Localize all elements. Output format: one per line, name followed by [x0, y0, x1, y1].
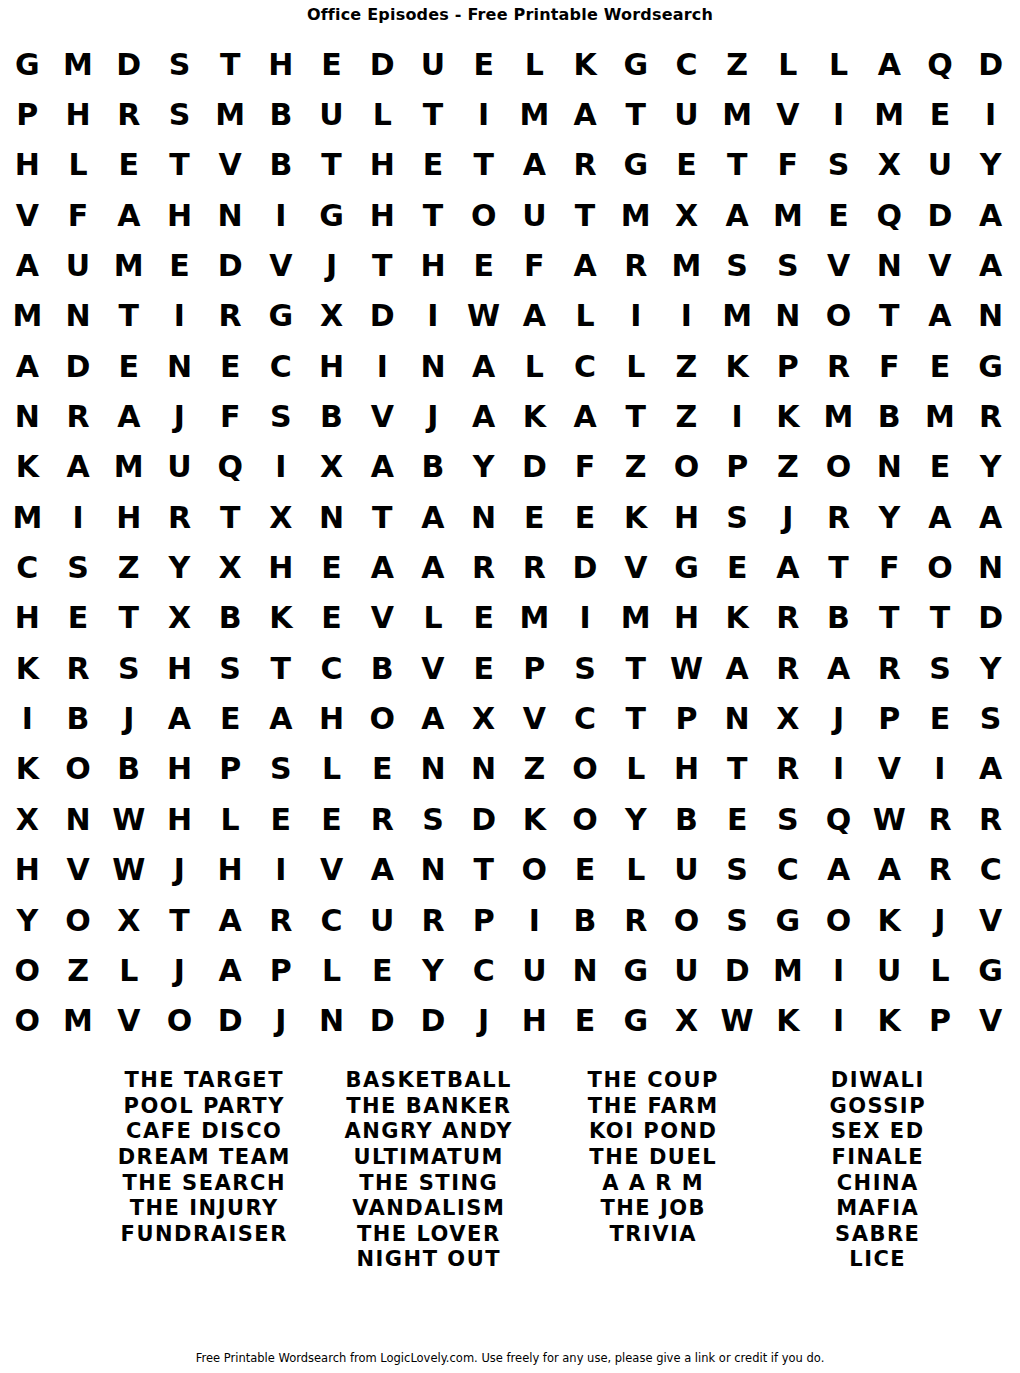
grid-cell: H — [53, 89, 104, 139]
grid-cell: T — [408, 190, 459, 240]
grid-cell: Y — [408, 945, 459, 995]
grid-cell: R — [763, 643, 814, 693]
grid-cell: L — [205, 794, 256, 844]
grid-cell: E — [458, 240, 509, 290]
grid-cell: K — [560, 39, 611, 89]
grid-cell: S — [154, 89, 205, 139]
grid-cell: T — [256, 643, 307, 693]
grid-cell: H — [256, 542, 307, 592]
grid-cell: O — [813, 291, 864, 341]
grid-cell: C — [306, 643, 357, 693]
grid-cell: T — [610, 89, 661, 139]
grid-cell: I — [154, 291, 205, 341]
grid-cell: B — [205, 593, 256, 643]
grid-cell: S — [712, 240, 763, 290]
word-item: FUNDRAISER — [92, 1222, 317, 1248]
grid-cell: H — [306, 341, 357, 391]
grid-cell: N — [763, 291, 814, 341]
grid-cell: Z — [103, 542, 154, 592]
grid-cell: S — [712, 845, 763, 895]
grid-cell: G — [610, 996, 661, 1046]
grid-cell: M — [763, 945, 814, 995]
grid-cell: I — [813, 744, 864, 794]
grid-cell: S — [712, 895, 763, 945]
grid-cell: O — [2, 945, 53, 995]
grid-cell: Y — [2, 895, 53, 945]
grid-cell: R — [864, 643, 915, 693]
grid-cell: A — [965, 492, 1016, 542]
grid-cell: Z — [610, 442, 661, 492]
grid-cell: L — [610, 341, 661, 391]
grid-cell: M — [712, 89, 763, 139]
grid-cell: G — [661, 542, 712, 592]
grid-cell: N — [458, 492, 509, 542]
grid-cell: A — [813, 845, 864, 895]
grid-cell: T — [154, 140, 205, 190]
grid-cell: K — [509, 794, 560, 844]
grid-cell: U — [509, 190, 560, 240]
grid-cell: V — [915, 240, 966, 290]
grid-cell: X — [306, 442, 357, 492]
grid-cell: C — [256, 341, 307, 391]
grid-cell: A — [408, 693, 459, 743]
grid-cell: D — [458, 794, 509, 844]
word-item: THE SEARCH — [92, 1171, 317, 1197]
word-item: THE LOVER — [317, 1222, 542, 1248]
grid-cell: R — [103, 89, 154, 139]
grid-cell: O — [357, 693, 408, 743]
grid-cell: R — [154, 492, 205, 542]
grid-cell: L — [610, 744, 661, 794]
grid-cell: I — [560, 593, 611, 643]
grid-cell: T — [610, 643, 661, 693]
grid-cell: G — [763, 895, 814, 945]
grid-cell: A — [205, 895, 256, 945]
grid-cell: T — [154, 895, 205, 945]
grid-cell: E — [306, 542, 357, 592]
word-list-column: THE COUPTHE FARMKOI PONDTHE DUELA A R MT… — [541, 1068, 766, 1273]
grid-cell: U — [661, 89, 712, 139]
grid-cell: I — [813, 996, 864, 1046]
grid-cell: X — [763, 693, 814, 743]
grid-cell: E — [915, 341, 966, 391]
grid-cell: P — [712, 442, 763, 492]
grid-cell: F — [560, 442, 611, 492]
grid-cell: E — [306, 794, 357, 844]
grid-cell: I — [256, 845, 307, 895]
grid-cell: S — [205, 643, 256, 693]
grid-cell: O — [509, 845, 560, 895]
grid-cell: B — [357, 643, 408, 693]
grid-cell: S — [712, 492, 763, 542]
grid-cell: T — [610, 693, 661, 743]
grid-cell: B — [560, 895, 611, 945]
grid-cell: A — [712, 643, 763, 693]
grid-cell: N — [965, 542, 1016, 592]
grid-cell: J — [915, 895, 966, 945]
grid-cell: O — [2, 996, 53, 1046]
grid-cell: D — [560, 542, 611, 592]
grid-cell: P — [256, 945, 307, 995]
grid-cell: H — [661, 744, 712, 794]
word-item: LICE — [766, 1247, 991, 1273]
grid-cell: E — [256, 794, 307, 844]
grid-cell: S — [103, 643, 154, 693]
grid-cell: S — [408, 794, 459, 844]
grid-cell: E — [205, 341, 256, 391]
grid-cell: Q — [864, 190, 915, 240]
word-item: MAFIA — [766, 1196, 991, 1222]
grid-cell: K — [2, 442, 53, 492]
grid-cell: R — [458, 542, 509, 592]
word-item: TRIVIA — [541, 1222, 766, 1248]
grid-cell: X — [2, 794, 53, 844]
grid-cell: N — [2, 391, 53, 441]
grid-cell: T — [306, 140, 357, 190]
grid-cell: A — [256, 693, 307, 743]
grid-cell: F — [763, 140, 814, 190]
grid-cell: J — [408, 391, 459, 441]
grid-cell: B — [256, 140, 307, 190]
grid-cell: E — [560, 996, 611, 1046]
grid-cell: V — [357, 391, 408, 441]
word-item: THE TARGET — [92, 1068, 317, 1094]
grid-cell: T — [205, 39, 256, 89]
grid-cell: Y — [458, 442, 509, 492]
grid-cell: U — [864, 945, 915, 995]
grid-cell: N — [306, 996, 357, 1046]
grid-cell: A — [965, 190, 1016, 240]
grid-cell: R — [205, 291, 256, 341]
grid-cell: N — [408, 341, 459, 391]
grid-cell: X — [306, 291, 357, 341]
grid-cell: M — [712, 291, 763, 341]
grid-cell: D — [205, 996, 256, 1046]
grid-cell: J — [154, 945, 205, 995]
grid-cell: N — [458, 744, 509, 794]
grid-cell: T — [864, 291, 915, 341]
grid-cell: A — [560, 240, 611, 290]
grid-cell: K — [763, 996, 814, 1046]
grid-cell: H — [103, 492, 154, 542]
grid-cell: T — [103, 291, 154, 341]
grid-cell: H — [357, 140, 408, 190]
grid-cell: L — [408, 593, 459, 643]
grid-cell: E — [357, 744, 408, 794]
grid-cell: H — [357, 190, 408, 240]
grid-cell: G — [610, 39, 661, 89]
grid-cell: S — [256, 391, 307, 441]
grid-cell: O — [661, 895, 712, 945]
grid-cell: S — [53, 542, 104, 592]
grid-cell: H — [205, 845, 256, 895]
grid-cell: M — [103, 442, 154, 492]
grid-cell: E — [458, 593, 509, 643]
grid-cell: A — [408, 492, 459, 542]
grid-cell: A — [509, 291, 560, 341]
grid-cell: Z — [661, 341, 712, 391]
word-item: THE COUP — [541, 1068, 766, 1094]
grid-cell: G — [610, 140, 661, 190]
grid-cell: T — [813, 542, 864, 592]
grid-cell: H — [2, 845, 53, 895]
grid-cell: J — [154, 391, 205, 441]
grid-cell: N — [408, 845, 459, 895]
grid-cell: C — [306, 895, 357, 945]
grid-cell: D — [712, 945, 763, 995]
grid-cell: A — [965, 240, 1016, 290]
grid-cell: K — [2, 744, 53, 794]
grid-cell: A — [712, 190, 763, 240]
grid-cell: T — [408, 89, 459, 139]
grid-cell: U — [661, 945, 712, 995]
grid-cell: M — [813, 391, 864, 441]
grid-cell: D — [103, 39, 154, 89]
grid-cell: S — [154, 39, 205, 89]
grid-cell: G — [965, 341, 1016, 391]
grid-cell: B — [53, 693, 104, 743]
grid-cell: A — [53, 442, 104, 492]
grid-cell: J — [103, 693, 154, 743]
grid-cell: P — [2, 89, 53, 139]
grid-cell: P — [864, 693, 915, 743]
grid-cell: F — [509, 240, 560, 290]
grid-cell: B — [813, 593, 864, 643]
grid-cell: O — [560, 744, 611, 794]
grid-cell: Q — [205, 442, 256, 492]
grid-cell: E — [712, 794, 763, 844]
grid-cell: U — [661, 845, 712, 895]
grid-cell: N — [205, 190, 256, 240]
grid-cell: M — [763, 190, 814, 240]
word-item: ULTIMATUM — [317, 1145, 542, 1171]
grid-cell: P — [763, 341, 814, 391]
grid-cell: R — [256, 895, 307, 945]
grid-cell: R — [610, 240, 661, 290]
grid-cell: V — [357, 593, 408, 643]
grid-cell: S — [965, 693, 1016, 743]
grid-cell: Q — [813, 794, 864, 844]
grid-cell: I — [813, 945, 864, 995]
grid-cell: D — [509, 442, 560, 492]
grid-cell: K — [712, 341, 763, 391]
grid-cell: L — [103, 945, 154, 995]
grid-cell: I — [408, 291, 459, 341]
grid-cell: C — [560, 693, 611, 743]
word-item: THE JOB — [541, 1196, 766, 1222]
grid-cell: I — [813, 89, 864, 139]
grid-cell: L — [53, 140, 104, 190]
grid-cell: J — [763, 492, 814, 542]
grid-cell: K — [610, 492, 661, 542]
grid-cell: T — [610, 391, 661, 441]
word-list-column: THE TARGETPOOL PARTYCAFE DISCODREAM TEAM… — [92, 1068, 317, 1273]
word-item: CHINA — [766, 1171, 991, 1197]
grid-cell: Z — [509, 744, 560, 794]
grid-cell: Q — [915, 39, 966, 89]
grid-cell: H — [2, 593, 53, 643]
grid-cell: X — [458, 693, 509, 743]
grid-cell: V — [509, 693, 560, 743]
grid-cell: F — [864, 341, 915, 391]
grid-cell: R — [813, 492, 864, 542]
word-item: THE INJURY — [92, 1196, 317, 1222]
grid-cell: M — [2, 291, 53, 341]
grid-cell: E — [458, 643, 509, 693]
grid-cell: H — [154, 794, 205, 844]
grid-cell: Z — [763, 442, 814, 492]
grid-cell: E — [915, 442, 966, 492]
word-item: DIWALI — [766, 1068, 991, 1094]
grid-cell: A — [103, 391, 154, 441]
grid-cell: V — [965, 895, 1016, 945]
grid-cell: B — [306, 391, 357, 441]
grid-cell: A — [560, 89, 611, 139]
grid-cell: X — [661, 996, 712, 1046]
grid-cell: Y — [965, 643, 1016, 693]
grid-cell: V — [256, 240, 307, 290]
grid-cell: G — [610, 945, 661, 995]
grid-cell: I — [915, 744, 966, 794]
grid-cell: A — [915, 291, 966, 341]
grid-cell: G — [256, 291, 307, 341]
grid-cell: W — [661, 643, 712, 693]
grid-cell: A — [864, 39, 915, 89]
grid-cell: E — [306, 593, 357, 643]
grid-cell: C — [458, 945, 509, 995]
grid-cell: E — [103, 341, 154, 391]
grid-cell: T — [712, 140, 763, 190]
grid-cell: A — [763, 542, 814, 592]
word-item: FINALE — [766, 1145, 991, 1171]
word-item: BASKETBALL — [317, 1068, 542, 1094]
grid-cell: Y — [965, 442, 1016, 492]
grid-cell: W — [864, 794, 915, 844]
grid-cell: M — [661, 240, 712, 290]
grid-cell: B — [103, 744, 154, 794]
grid-cell: C — [661, 39, 712, 89]
grid-cell: X — [205, 542, 256, 592]
grid-cell: O — [53, 744, 104, 794]
grid-cell: I — [2, 693, 53, 743]
grid-cell: K — [256, 593, 307, 643]
grid-cell: X — [256, 492, 307, 542]
word-item: KOI POND — [541, 1119, 766, 1145]
grid-cell: B — [408, 442, 459, 492]
grid-cell: A — [2, 240, 53, 290]
word-item: GOSSIP — [766, 1094, 991, 1120]
grid-cell: A — [965, 744, 1016, 794]
grid-cell: E — [509, 492, 560, 542]
grid-cell: B — [864, 391, 915, 441]
grid-cell: E — [915, 89, 966, 139]
wordsearch-grid: GMDSTHEDUELKGCZLLAQDPHRSMBULTIMATUMVIMEI… — [2, 39, 1016, 1046]
grid-cell: S — [813, 140, 864, 190]
word-item: SABRE — [766, 1222, 991, 1248]
grid-cell: D — [965, 593, 1016, 643]
grid-cell: V — [53, 845, 104, 895]
grid-cell: R — [408, 895, 459, 945]
grid-cell: G — [965, 945, 1016, 995]
grid-cell: D — [357, 291, 408, 341]
grid-cell: S — [256, 744, 307, 794]
grid-cell: M — [610, 190, 661, 240]
word-item: A A R M — [541, 1171, 766, 1197]
grid-cell: T — [712, 744, 763, 794]
grid-cell: S — [560, 643, 611, 693]
grid-cell: C — [560, 341, 611, 391]
grid-cell: H — [661, 492, 712, 542]
grid-cell: N — [864, 442, 915, 492]
grid-cell: I — [256, 190, 307, 240]
grid-cell: O — [813, 895, 864, 945]
word-list: THE TARGETPOOL PARTYCAFE DISCODREAM TEAM… — [92, 1068, 990, 1273]
grid-cell: X — [864, 140, 915, 190]
grid-cell: D — [357, 996, 408, 1046]
grid-cell: T — [357, 492, 408, 542]
grid-cell: V — [763, 89, 814, 139]
grid-cell: I — [53, 492, 104, 542]
grid-cell: E — [458, 39, 509, 89]
grid-cell: I — [256, 442, 307, 492]
grid-cell: A — [154, 693, 205, 743]
grid-cell: A — [813, 643, 864, 693]
grid-cell: I — [458, 89, 509, 139]
grid-cell: L — [610, 845, 661, 895]
grid-cell: P — [661, 693, 712, 743]
grid-cell: U — [306, 89, 357, 139]
grid-cell: N — [712, 693, 763, 743]
grid-cell: I — [509, 895, 560, 945]
grid-cell: L — [915, 945, 966, 995]
grid-cell: I — [965, 89, 1016, 139]
footer-credit: Free Printable Wordsearch from LogicLove… — [0, 1351, 1020, 1365]
grid-cell: S — [763, 240, 814, 290]
grid-cell: H — [256, 39, 307, 89]
grid-cell: U — [915, 140, 966, 190]
grid-cell: G — [306, 190, 357, 240]
grid-cell: C — [2, 542, 53, 592]
grid-cell: K — [864, 895, 915, 945]
grid-cell: R — [357, 794, 408, 844]
grid-cell: K — [2, 643, 53, 693]
grid-cell: A — [103, 190, 154, 240]
grid-cell: E — [915, 693, 966, 743]
grid-cell: H — [509, 996, 560, 1046]
grid-cell: V — [2, 190, 53, 240]
word-item: THE BANKER — [317, 1094, 542, 1120]
grid-cell: V — [205, 140, 256, 190]
grid-cell: K — [763, 391, 814, 441]
grid-cell: E — [306, 39, 357, 89]
grid-cell: O — [915, 542, 966, 592]
grid-cell: N — [306, 492, 357, 542]
grid-cell: Y — [154, 542, 205, 592]
grid-cell: D — [53, 341, 104, 391]
grid-cell: O — [560, 794, 611, 844]
grid-cell: M — [864, 89, 915, 139]
grid-cell: A — [408, 542, 459, 592]
grid-cell: A — [357, 845, 408, 895]
grid-cell: O — [458, 190, 509, 240]
grid-cell: O — [154, 996, 205, 1046]
grid-cell: E — [103, 140, 154, 190]
grid-cell: K — [509, 391, 560, 441]
grid-cell: D — [915, 190, 966, 240]
grid-cell: R — [53, 391, 104, 441]
grid-cell: U — [509, 945, 560, 995]
grid-cell: A — [458, 391, 509, 441]
